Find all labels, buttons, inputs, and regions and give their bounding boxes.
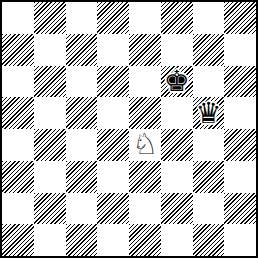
square-h4[interactable] xyxy=(224,129,256,161)
square-b3[interactable] xyxy=(34,161,66,193)
square-c1[interactable] xyxy=(66,224,98,256)
square-a1[interactable] xyxy=(2,224,34,256)
square-c4[interactable] xyxy=(66,129,98,161)
square-g4[interactable] xyxy=(193,129,225,161)
square-b4[interactable] xyxy=(34,129,66,161)
square-d4[interactable] xyxy=(97,129,129,161)
square-e5[interactable] xyxy=(129,97,161,129)
square-c8[interactable] xyxy=(66,2,98,34)
square-d2[interactable] xyxy=(97,193,129,225)
square-e3[interactable] xyxy=(129,161,161,193)
square-h5[interactable] xyxy=(224,97,256,129)
square-f1[interactable] xyxy=(161,224,193,256)
square-c3[interactable] xyxy=(66,161,98,193)
square-d7[interactable] xyxy=(97,34,129,66)
square-b5[interactable] xyxy=(34,97,66,129)
square-e4[interactable]: ♘ xyxy=(129,129,161,161)
square-e2[interactable] xyxy=(129,193,161,225)
square-c5[interactable] xyxy=(66,97,98,129)
square-b8[interactable] xyxy=(34,2,66,34)
square-a8[interactable] xyxy=(2,2,34,34)
square-a7[interactable] xyxy=(2,34,34,66)
square-e6[interactable] xyxy=(129,66,161,98)
square-h6[interactable] xyxy=(224,66,256,98)
square-f4[interactable] xyxy=(161,129,193,161)
black-queen-piece[interactable]: ♛ xyxy=(195,99,221,128)
square-d5[interactable] xyxy=(97,97,129,129)
square-d6[interactable] xyxy=(97,66,129,98)
square-c2[interactable] xyxy=(66,193,98,225)
square-h7[interactable] xyxy=(224,34,256,66)
square-h3[interactable] xyxy=(224,161,256,193)
square-g5[interactable]: ♛ xyxy=(193,97,225,129)
square-d1[interactable] xyxy=(97,224,129,256)
square-f5[interactable] xyxy=(161,97,193,129)
black-king-piece[interactable]: ♚ xyxy=(164,67,190,96)
square-h2[interactable] xyxy=(224,193,256,225)
white-knight-piece[interactable]: ♘ xyxy=(132,130,158,159)
square-g1[interactable] xyxy=(193,224,225,256)
square-c6[interactable] xyxy=(66,66,98,98)
square-b7[interactable] xyxy=(34,34,66,66)
square-a6[interactable] xyxy=(2,66,34,98)
square-b2[interactable] xyxy=(34,193,66,225)
square-b1[interactable] xyxy=(34,224,66,256)
square-d8[interactable] xyxy=(97,2,129,34)
square-a5[interactable] xyxy=(2,97,34,129)
square-e8[interactable] xyxy=(129,2,161,34)
square-h8[interactable] xyxy=(224,2,256,34)
square-f3[interactable] xyxy=(161,161,193,193)
square-a4[interactable] xyxy=(2,129,34,161)
square-h1[interactable] xyxy=(224,224,256,256)
square-f6[interactable]: ♚ xyxy=(161,66,193,98)
square-g2[interactable] xyxy=(193,193,225,225)
square-a3[interactable] xyxy=(2,161,34,193)
square-g3[interactable] xyxy=(193,161,225,193)
chess-board: ♚♛♘ xyxy=(0,0,258,258)
square-e7[interactable] xyxy=(129,34,161,66)
square-f7[interactable] xyxy=(161,34,193,66)
square-f8[interactable] xyxy=(161,2,193,34)
square-f2[interactable] xyxy=(161,193,193,225)
square-e1[interactable] xyxy=(129,224,161,256)
square-g6[interactable] xyxy=(193,66,225,98)
square-c7[interactable] xyxy=(66,34,98,66)
square-b6[interactable] xyxy=(34,66,66,98)
square-g8[interactable] xyxy=(193,2,225,34)
square-g7[interactable] xyxy=(193,34,225,66)
square-a2[interactable] xyxy=(2,193,34,225)
square-d3[interactable] xyxy=(97,161,129,193)
